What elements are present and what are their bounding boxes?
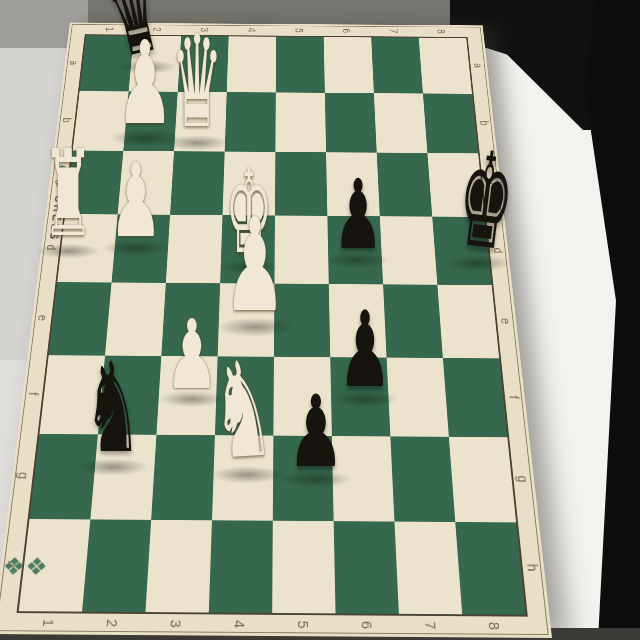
square-c7[interactable] bbox=[377, 153, 432, 217]
rank-label-7: 7 bbox=[418, 595, 446, 640]
rank-label-2: 2 bbox=[98, 593, 127, 640]
square-f7[interactable] bbox=[387, 358, 449, 437]
file-label-f: f bbox=[468, 387, 561, 406]
file-label-g: g bbox=[0, 465, 71, 486]
file-label-e: e bbox=[461, 312, 550, 330]
us-chess-crest-icon: ❖❖ bbox=[0, 557, 37, 611]
black-pawn-f6[interactable]: ♟ bbox=[338, 297, 392, 402]
file-label-a: a bbox=[439, 59, 517, 73]
white-pawn-b2[interactable]: ♟ bbox=[116, 26, 173, 141]
black-knight-g2[interactable]: ♞ bbox=[84, 345, 141, 470]
rank-label-7: 7 bbox=[385, 14, 405, 48]
white-rook-d1[interactable]: ♜ bbox=[42, 134, 93, 254]
file-label-e: e bbox=[0, 309, 87, 327]
file-label-a: a bbox=[35, 56, 113, 70]
square-e7[interactable] bbox=[383, 284, 443, 358]
square-b7[interactable] bbox=[374, 93, 428, 153]
white-queen-b3[interactable]: ♛ bbox=[171, 18, 223, 146]
rank-labels-bottom: 12345678 bbox=[16, 611, 528, 638]
rank-label-5: 5 bbox=[291, 14, 309, 48]
rank-label-8: 8 bbox=[432, 15, 453, 49]
white-knight-g4[interactable]: ♞ bbox=[208, 344, 276, 480]
file-label-h: h bbox=[482, 556, 582, 579]
square-g3[interactable] bbox=[151, 435, 215, 521]
file-label-f: f bbox=[0, 384, 80, 403]
square-b4[interactable] bbox=[225, 92, 276, 152]
file-label-g: g bbox=[475, 469, 571, 490]
rank-label-3: 3 bbox=[163, 593, 190, 640]
square-d3[interactable] bbox=[166, 215, 223, 283]
square-b6[interactable] bbox=[325, 93, 377, 153]
white-pawn-d2[interactable]: ♟ bbox=[109, 149, 163, 251]
rank-label-6: 6 bbox=[338, 14, 357, 48]
square-c3[interactable] bbox=[170, 151, 225, 215]
chess-board-photo: 12345678 12345678 abcdefgh abcdefgh ♞US … bbox=[0, 0, 640, 640]
square-d7[interactable] bbox=[380, 216, 438, 285]
square-g7[interactable] bbox=[390, 436, 455, 522]
black-pawn-d6[interactable]: ♟ bbox=[333, 167, 383, 263]
rank-label-4: 4 bbox=[243, 13, 261, 47]
white-pawn-e4[interactable]: ♟ bbox=[224, 201, 287, 331]
square-b5[interactable] bbox=[275, 92, 326, 152]
rank-label-6: 6 bbox=[355, 595, 381, 640]
rank-label-4: 4 bbox=[227, 594, 252, 640]
rank-label-5: 5 bbox=[292, 594, 316, 640]
black-pawn-g5[interactable]: ♟ bbox=[287, 383, 344, 482]
